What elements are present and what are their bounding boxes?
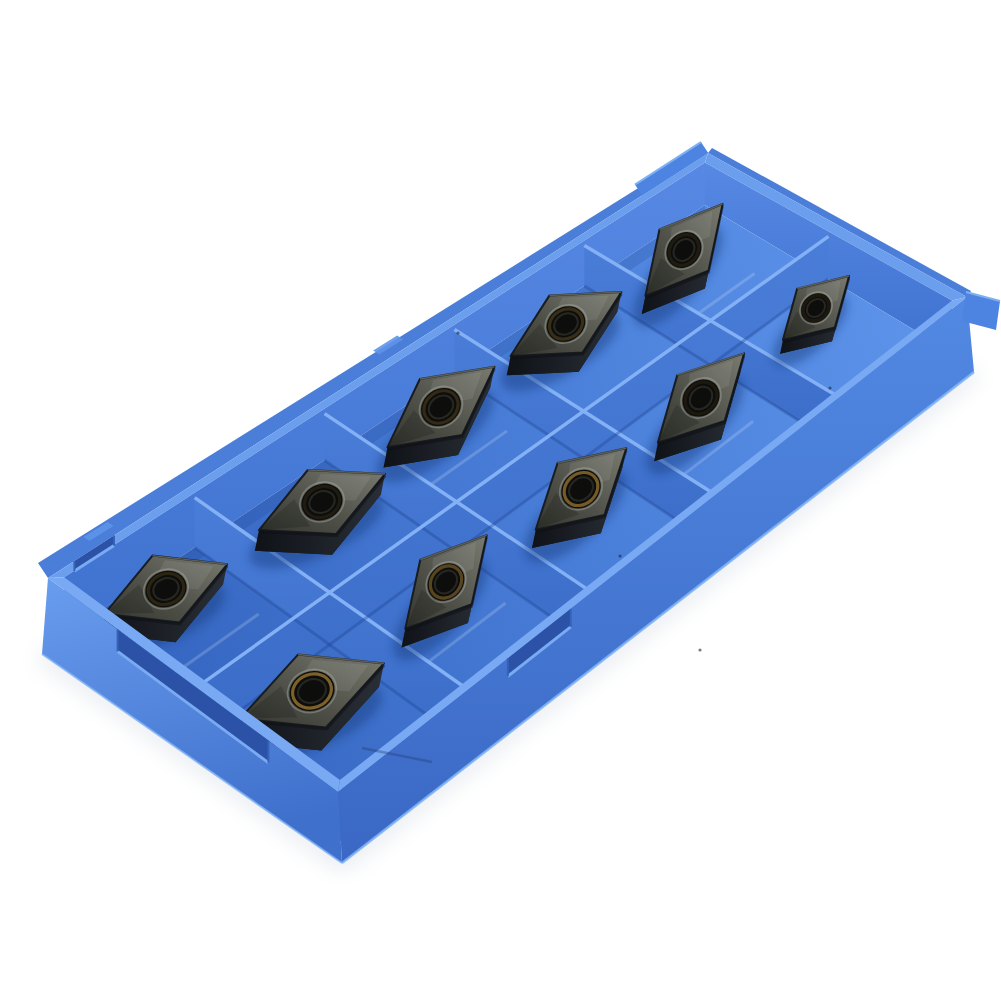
product-photo-carbide-insert-box xyxy=(0,0,1001,1001)
insert-box-illustration xyxy=(0,0,1001,1001)
